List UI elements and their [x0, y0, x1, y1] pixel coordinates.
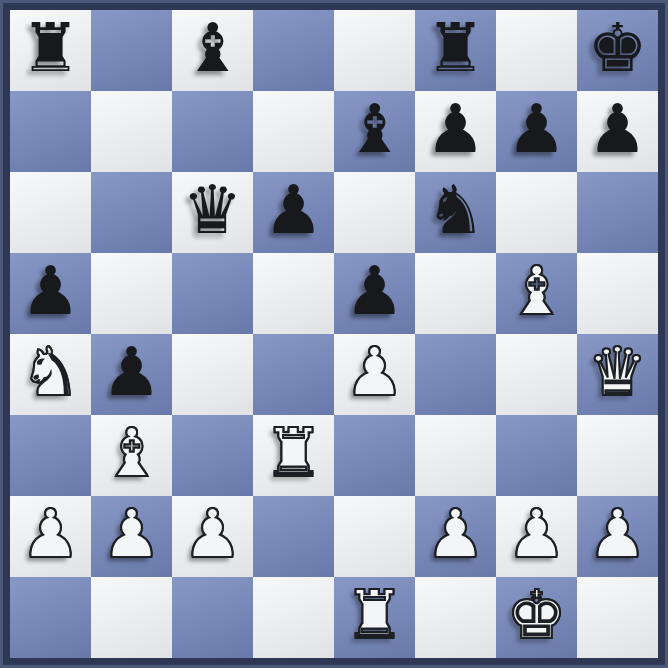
square-b6[interactable]: [91, 172, 172, 253]
square-e1[interactable]: ♜: [334, 577, 415, 658]
square-b1[interactable]: [91, 577, 172, 658]
piece-black-king[interactable]: ♚: [587, 15, 647, 82]
square-c3[interactable]: [172, 415, 253, 496]
square-e7[interactable]: ♝: [334, 91, 415, 172]
square-h5[interactable]: [577, 253, 658, 334]
square-a5[interactable]: ♟: [10, 253, 91, 334]
square-f2[interactable]: ♟: [415, 496, 496, 577]
piece-black-rook[interactable]: ♜: [425, 15, 485, 82]
square-h8[interactable]: ♚: [577, 10, 658, 91]
square-f7[interactable]: ♟: [415, 91, 496, 172]
square-b2[interactable]: ♟: [91, 496, 172, 577]
square-h7[interactable]: ♟: [577, 91, 658, 172]
piece-white-queen[interactable]: ♛: [587, 339, 647, 406]
square-c8[interactable]: ♝: [172, 10, 253, 91]
square-e2[interactable]: [334, 496, 415, 577]
square-h1[interactable]: [577, 577, 658, 658]
square-g8[interactable]: [496, 10, 577, 91]
square-e8[interactable]: [334, 10, 415, 91]
square-e4[interactable]: ♟: [334, 334, 415, 415]
square-c6[interactable]: ♛: [172, 172, 253, 253]
square-b3[interactable]: ♝: [91, 415, 172, 496]
square-g1[interactable]: ♚: [496, 577, 577, 658]
square-f6[interactable]: ♞: [415, 172, 496, 253]
piece-white-pawn[interactable]: ♟: [506, 501, 566, 568]
square-h6[interactable]: [577, 172, 658, 253]
piece-white-pawn[interactable]: ♟: [20, 501, 80, 568]
piece-black-pawn[interactable]: ♟: [506, 96, 566, 163]
square-d1[interactable]: [253, 577, 334, 658]
piece-black-queen[interactable]: ♛: [182, 177, 242, 244]
square-d3[interactable]: ♜: [253, 415, 334, 496]
piece-white-king[interactable]: ♚: [506, 582, 566, 649]
square-a2[interactable]: ♟: [10, 496, 91, 577]
piece-black-pawn[interactable]: ♟: [587, 96, 647, 163]
square-a8[interactable]: ♜: [10, 10, 91, 91]
square-a1[interactable]: [10, 577, 91, 658]
square-g2[interactable]: ♟: [496, 496, 577, 577]
piece-white-pawn[interactable]: ♟: [101, 501, 161, 568]
square-g4[interactable]: [496, 334, 577, 415]
piece-white-pawn[interactable]: ♟: [587, 501, 647, 568]
square-h2[interactable]: ♟: [577, 496, 658, 577]
square-g7[interactable]: ♟: [496, 91, 577, 172]
piece-black-pawn[interactable]: ♟: [344, 258, 404, 325]
square-c7[interactable]: [172, 91, 253, 172]
piece-black-knight[interactable]: ♞: [425, 177, 485, 244]
square-g6[interactable]: [496, 172, 577, 253]
square-b8[interactable]: [91, 10, 172, 91]
square-f1[interactable]: [415, 577, 496, 658]
square-g5[interactable]: ♝: [496, 253, 577, 334]
piece-black-bishop[interactable]: ♝: [344, 96, 404, 163]
square-f5[interactable]: [415, 253, 496, 334]
square-b5[interactable]: [91, 253, 172, 334]
square-e6[interactable]: [334, 172, 415, 253]
square-g3[interactable]: [496, 415, 577, 496]
square-b7[interactable]: [91, 91, 172, 172]
square-f3[interactable]: [415, 415, 496, 496]
piece-white-rook[interactable]: ♜: [263, 420, 323, 487]
chess-board: ♜♝♜♚♝♟♟♟♛♟♞♟♟♝♞♟♟♛♝♜♟♟♟♟♟♟♜♚: [10, 10, 658, 658]
piece-black-pawn[interactable]: ♟: [101, 339, 161, 406]
square-a7[interactable]: [10, 91, 91, 172]
square-c4[interactable]: [172, 334, 253, 415]
piece-black-pawn[interactable]: ♟: [425, 96, 485, 163]
square-d4[interactable]: [253, 334, 334, 415]
square-d5[interactable]: [253, 253, 334, 334]
square-f4[interactable]: [415, 334, 496, 415]
square-c5[interactable]: [172, 253, 253, 334]
piece-black-bishop[interactable]: ♝: [182, 15, 242, 82]
piece-white-pawn[interactable]: ♟: [182, 501, 242, 568]
square-a3[interactable]: [10, 415, 91, 496]
square-d7[interactable]: [253, 91, 334, 172]
square-f8[interactable]: ♜: [415, 10, 496, 91]
piece-black-pawn[interactable]: ♟: [20, 258, 80, 325]
piece-white-pawn[interactable]: ♟: [425, 501, 485, 568]
board-frame: ♜♝♜♚♝♟♟♟♛♟♞♟♟♝♞♟♟♛♝♜♟♟♟♟♟♟♜♚: [0, 0, 668, 668]
piece-white-bishop[interactable]: ♝: [101, 420, 161, 487]
square-c2[interactable]: ♟: [172, 496, 253, 577]
square-h3[interactable]: [577, 415, 658, 496]
square-a4[interactable]: ♞: [10, 334, 91, 415]
piece-black-rook[interactable]: ♜: [20, 15, 80, 82]
square-d8[interactable]: [253, 10, 334, 91]
piece-white-rook[interactable]: ♜: [344, 582, 404, 649]
piece-black-pawn[interactable]: ♟: [263, 177, 323, 244]
piece-white-knight[interactable]: ♞: [20, 339, 80, 406]
piece-white-bishop[interactable]: ♝: [506, 258, 566, 325]
square-a6[interactable]: [10, 172, 91, 253]
square-c1[interactable]: [172, 577, 253, 658]
piece-white-pawn[interactable]: ♟: [344, 339, 404, 406]
square-h4[interactable]: ♛: [577, 334, 658, 415]
square-d6[interactable]: ♟: [253, 172, 334, 253]
square-e5[interactable]: ♟: [334, 253, 415, 334]
square-b4[interactable]: ♟: [91, 334, 172, 415]
square-e3[interactable]: [334, 415, 415, 496]
square-d2[interactable]: [253, 496, 334, 577]
